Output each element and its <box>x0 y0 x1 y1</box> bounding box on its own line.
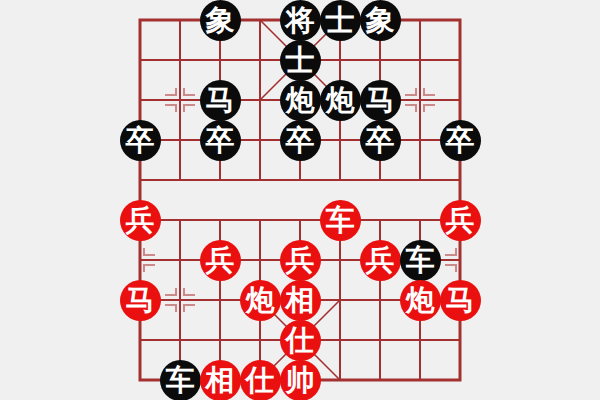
red-elephant[interactable]: 相 <box>200 360 241 400</box>
red-chariot[interactable]: 车 <box>320 200 361 241</box>
red-soldier[interactable]: 兵 <box>120 200 161 241</box>
red-advisor[interactable]: 仕 <box>280 320 321 361</box>
xiangqi-board-screenshot: 象将士象士马炮炮马卒卒卒卒卒兵车兵兵兵兵车马炮相炮马仕车相仕帅 <box>0 0 600 400</box>
black-soldier[interactable]: 卒 <box>440 120 481 161</box>
black-chariot[interactable]: 车 <box>400 240 441 281</box>
black-cannon[interactable]: 炮 <box>280 80 321 121</box>
black-general[interactable]: 将 <box>280 0 321 41</box>
black-advisor[interactable]: 士 <box>320 0 361 41</box>
black-soldier[interactable]: 卒 <box>120 120 161 161</box>
black-horse[interactable]: 马 <box>200 80 241 121</box>
black-soldier[interactable]: 卒 <box>360 120 401 161</box>
red-general[interactable]: 帅 <box>280 360 321 400</box>
black-elephant[interactable]: 象 <box>360 0 401 41</box>
red-cannon[interactable]: 炮 <box>240 280 281 321</box>
black-horse[interactable]: 马 <box>360 80 401 121</box>
black-advisor[interactable]: 士 <box>280 40 321 81</box>
red-soldier[interactable]: 兵 <box>360 240 401 281</box>
red-soldier[interactable]: 兵 <box>280 240 321 281</box>
black-elephant[interactable]: 象 <box>200 0 241 41</box>
red-soldier[interactable]: 兵 <box>440 200 481 241</box>
red-horse[interactable]: 马 <box>120 280 161 321</box>
red-horse[interactable]: 马 <box>440 280 481 321</box>
black-soldier[interactable]: 卒 <box>200 120 241 161</box>
red-soldier[interactable]: 兵 <box>200 240 241 281</box>
black-soldier[interactable]: 卒 <box>280 120 321 161</box>
black-chariot[interactable]: 车 <box>160 360 201 400</box>
board-grid[interactable]: 象将士象士马炮炮马卒卒卒卒卒兵车兵兵兵兵车马炮相炮马仕车相仕帅 <box>120 0 480 400</box>
red-cannon[interactable]: 炮 <box>400 280 441 321</box>
red-advisor[interactable]: 仕 <box>240 360 281 400</box>
black-cannon[interactable]: 炮 <box>320 80 361 121</box>
red-elephant[interactable]: 相 <box>280 280 321 321</box>
